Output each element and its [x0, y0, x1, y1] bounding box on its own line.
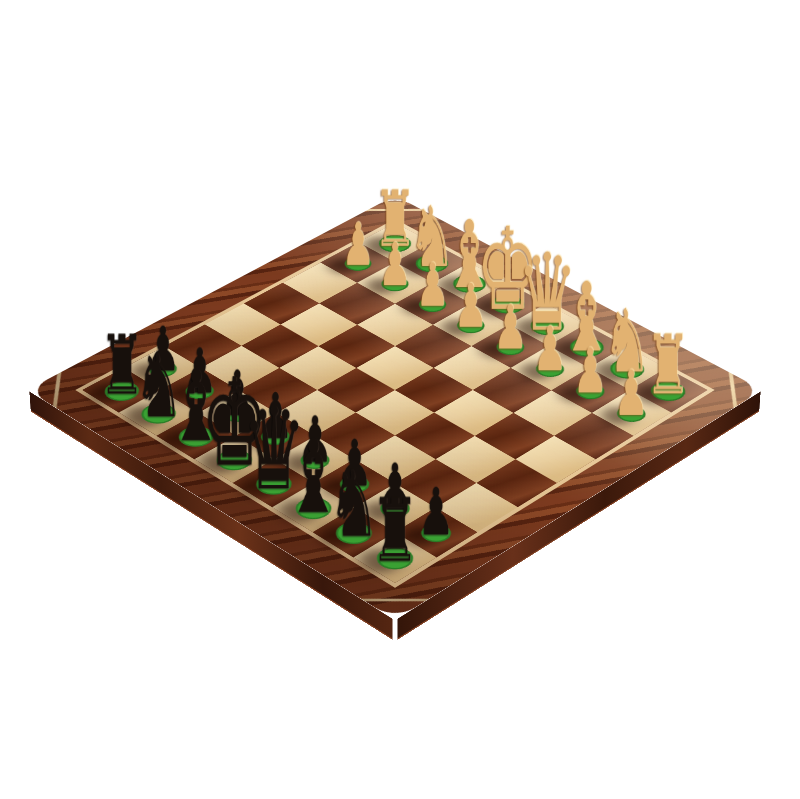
product-photo-scene: ♜♞♝♚♛♝♞♜♟♟♟♟♟♟♟♟♟♟♟♟♟♟♟♟♜♞♝♚♛♝♞♜	[0, 0, 800, 799]
board-grid: ♜♞♝♚♛♝♞♜♟♟♟♟♟♟♟♟♟♟♟♟♟♟♟♟♜♞♝♚♛♝♞♜	[75, 219, 714, 588]
chess-board: ♜♞♝♚♛♝♞♜♟♟♟♟♟♟♟♟♟♟♟♟♟♟♟♟♜♞♝♚♛♝♞♜	[27, 195, 762, 620]
